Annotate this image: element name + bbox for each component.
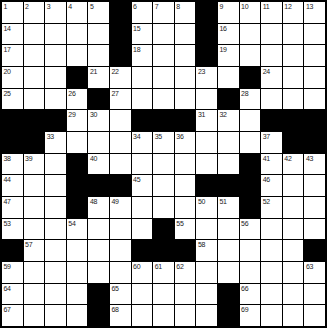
clue-number-51: 51 <box>220 197 227 206</box>
white-cell-r15c7[interactable] <box>132 305 153 326</box>
white-cell-r5c1[interactable]: 25 <box>2 89 23 110</box>
black-cell-r6c3 <box>45 110 66 131</box>
white-cell-r10c5[interactable]: 48 <box>88 197 109 218</box>
white-cell-r2c4[interactable] <box>67 24 88 45</box>
white-cell-r14c4[interactable] <box>67 284 88 305</box>
clue-number-34: 34 <box>133 132 140 141</box>
white-cell-r2c11[interactable]: 16 <box>218 24 239 45</box>
black-cell-r9c10 <box>196 175 217 196</box>
clue-number-1: 1 <box>4 2 8 11</box>
white-cell-r4c10[interactable]: 23 <box>196 67 217 88</box>
white-cell-r10c1[interactable]: 47 <box>2 197 23 218</box>
white-cell-r2c9[interactable] <box>175 24 196 45</box>
white-cell-r6c6[interactable] <box>110 110 131 131</box>
black-cell-r12c8 <box>153 240 174 261</box>
white-cell-r13c6[interactable] <box>110 262 131 283</box>
black-cell-r3c6 <box>110 45 131 66</box>
clue-number-16: 16 <box>220 24 227 33</box>
white-cell-r8c2[interactable]: 39 <box>24 154 45 175</box>
clue-number-39: 39 <box>25 154 32 163</box>
clue-number-31: 31 <box>198 110 205 119</box>
white-cell-r6c10[interactable]: 31 <box>196 110 217 131</box>
white-cell-r11c14[interactable] <box>283 219 304 240</box>
white-cell-r12c6[interactable] <box>110 240 131 261</box>
clue-number-64: 64 <box>4 284 11 293</box>
clue-number-27: 27 <box>112 89 119 98</box>
clue-number-29: 29 <box>68 110 75 119</box>
white-cell-r12c2[interactable]: 57 <box>24 240 45 261</box>
black-cell-r5c5 <box>88 89 109 110</box>
white-cell-r1c4[interactable]: 4 <box>67 2 88 23</box>
clue-number-59: 59 <box>4 262 11 271</box>
white-cell-r9c13[interactable]: 46 <box>261 175 282 196</box>
white-cell-r4c13[interactable]: 24 <box>261 67 282 88</box>
white-cell-r13c10[interactable] <box>196 262 217 283</box>
clue-number-10: 10 <box>241 2 248 11</box>
black-cell-r6c8 <box>153 110 174 131</box>
white-cell-r6c4[interactable]: 29 <box>67 110 88 131</box>
clue-number-40: 40 <box>90 154 97 163</box>
white-cell-r15c10[interactable] <box>196 305 217 326</box>
white-cell-r3c9[interactable] <box>175 45 196 66</box>
white-cell-r14c1[interactable]: 64 <box>2 284 23 305</box>
black-cell-r9c4 <box>67 175 88 196</box>
white-cell-r8c14[interactable]: 42 <box>283 154 304 175</box>
white-cell-r3c13[interactable] <box>261 45 282 66</box>
white-cell-r15c15[interactable] <box>304 305 325 326</box>
white-cell-r1c8[interactable]: 7 <box>153 2 174 23</box>
white-cell-r11c12[interactable]: 56 <box>240 219 261 240</box>
white-cell-r1c13[interactable]: 11 <box>261 2 282 23</box>
white-cell-r4c2[interactable] <box>24 67 45 88</box>
white-cell-r5c8[interactable] <box>153 89 174 110</box>
black-cell-r9c6 <box>110 175 131 196</box>
white-cell-r13c9[interactable]: 62 <box>175 262 196 283</box>
clue-number-20: 20 <box>4 67 11 76</box>
white-cell-r2c15[interactable] <box>304 24 325 45</box>
black-cell-r7c14 <box>283 132 304 153</box>
clue-number-41: 41 <box>263 154 270 163</box>
white-cell-r13c8[interactable]: 61 <box>153 262 174 283</box>
white-cell-r11c11[interactable] <box>218 219 239 240</box>
white-cell-r15c3[interactable] <box>45 305 66 326</box>
white-cell-r2c8[interactable] <box>153 24 174 45</box>
white-cell-r14c7[interactable] <box>132 284 153 305</box>
clue-number-48: 48 <box>90 197 97 206</box>
white-cell-r15c4[interactable] <box>67 305 88 326</box>
black-cell-r14c11 <box>218 284 239 305</box>
white-cell-r9c8[interactable] <box>153 175 174 196</box>
black-cell-r8c12 <box>240 154 261 175</box>
white-cell-r13c11[interactable] <box>218 262 239 283</box>
white-cell-r13c5[interactable] <box>88 262 109 283</box>
black-cell-r9c5 <box>88 175 109 196</box>
white-cell-r14c8[interactable] <box>153 284 174 305</box>
clue-number-50: 50 <box>198 197 205 206</box>
white-cell-r14c15[interactable] <box>304 284 325 305</box>
black-cell-r6c13 <box>261 110 282 131</box>
white-cell-r8c10[interactable] <box>196 154 217 175</box>
white-cell-r12c4[interactable] <box>67 240 88 261</box>
white-cell-r13c15[interactable]: 63 <box>304 262 325 283</box>
black-cell-r6c1 <box>2 110 23 131</box>
white-cell-r8c5[interactable]: 40 <box>88 154 109 175</box>
clue-number-49: 49 <box>112 197 119 206</box>
white-cell-r4c1[interactable]: 20 <box>2 67 23 88</box>
white-cell-r3c5[interactable] <box>88 45 109 66</box>
white-cell-r3c1[interactable]: 17 <box>2 45 23 66</box>
clue-number-21: 21 <box>90 67 97 76</box>
white-cell-r15c9[interactable] <box>175 305 196 326</box>
white-cell-r13c13[interactable] <box>261 262 282 283</box>
clue-number-62: 62 <box>176 262 183 271</box>
white-cell-r11c15[interactable] <box>304 219 325 240</box>
white-cell-r2c13[interactable] <box>261 24 282 45</box>
clue-number-28: 28 <box>241 89 248 98</box>
white-cell-r5c9[interactable] <box>175 89 196 110</box>
black-cell-r7c15 <box>304 132 325 153</box>
white-cell-r7c12[interactable] <box>240 132 261 153</box>
white-cell-r9c9[interactable] <box>175 175 196 196</box>
clue-number-25: 25 <box>4 89 11 98</box>
black-cell-r10c12 <box>240 197 261 218</box>
white-cell-r12c5[interactable] <box>88 240 109 261</box>
white-cell-r1c9[interactable]: 8 <box>175 2 196 23</box>
black-cell-r12c7 <box>132 240 153 261</box>
white-cell-r6c5[interactable]: 30 <box>88 110 109 131</box>
white-cell-r4c9[interactable] <box>175 67 196 88</box>
black-cell-r1c10 <box>196 2 217 23</box>
white-cell-r11c13[interactable] <box>261 219 282 240</box>
white-cell-r1c14[interactable]: 12 <box>283 2 304 23</box>
black-cell-r8c4 <box>67 154 88 175</box>
white-cell-r1c11[interactable]: 9 <box>218 2 239 23</box>
clue-number-47: 47 <box>4 197 11 206</box>
clue-number-15: 15 <box>133 24 140 33</box>
white-cell-r4c3[interactable] <box>45 67 66 88</box>
black-cell-r12c15 <box>304 240 325 261</box>
clue-number-54: 54 <box>68 219 75 228</box>
white-cell-r14c10[interactable] <box>196 284 217 305</box>
black-cell-r10c4 <box>67 197 88 218</box>
clue-number-14: 14 <box>4 24 11 33</box>
white-cell-r14c2[interactable] <box>24 284 45 305</box>
white-cell-r14c9[interactable] <box>175 284 196 305</box>
clue-number-61: 61 <box>155 262 162 271</box>
white-cell-r4c15[interactable] <box>304 67 325 88</box>
clue-number-45: 45 <box>133 175 140 184</box>
clue-number-2: 2 <box>25 2 29 11</box>
clue-number-43: 43 <box>306 154 313 163</box>
clue-number-63: 63 <box>306 262 313 271</box>
clue-number-55: 55 <box>176 219 183 228</box>
white-cell-r3c11[interactable]: 19 <box>218 45 239 66</box>
white-cell-r13c14[interactable] <box>283 262 304 283</box>
white-cell-r3c15[interactable] <box>304 45 325 66</box>
clue-number-56: 56 <box>241 219 248 228</box>
white-cell-r5c3[interactable] <box>45 89 66 110</box>
white-cell-r13c12[interactable] <box>240 262 261 283</box>
white-cell-r11c10[interactable] <box>196 219 217 240</box>
white-cell-r9c1[interactable]: 44 <box>2 175 23 196</box>
white-cell-r11c9[interactable]: 55 <box>175 219 196 240</box>
clue-number-69: 69 <box>241 305 248 314</box>
white-cell-r3c12[interactable] <box>240 45 261 66</box>
white-cell-r2c14[interactable] <box>283 24 304 45</box>
black-cell-r4c4 <box>67 67 88 88</box>
clue-number-22: 22 <box>112 67 119 76</box>
clue-number-19: 19 <box>220 45 227 54</box>
white-cell-r4c7[interactable] <box>132 67 153 88</box>
white-cell-r14c12[interactable]: 66 <box>240 284 261 305</box>
white-cell-r1c1[interactable]: 1 <box>2 2 23 23</box>
clue-number-53: 53 <box>4 219 11 228</box>
black-cell-r9c12 <box>240 175 261 196</box>
white-cell-r10c6[interactable]: 49 <box>110 197 131 218</box>
white-cell-r6c12[interactable] <box>240 110 261 131</box>
white-cell-r12c12[interactable] <box>240 240 261 261</box>
crossword-grid: 1234567891011121314151617181920212223242… <box>0 0 327 328</box>
black-cell-r6c15 <box>304 110 325 131</box>
clue-number-66: 66 <box>241 284 248 293</box>
clue-number-8: 8 <box>176 2 180 11</box>
white-cell-r1c3[interactable]: 3 <box>45 2 66 23</box>
white-cell-r7c13[interactable]: 37 <box>261 132 282 153</box>
white-cell-r11c5[interactable] <box>88 219 109 240</box>
white-cell-r15c14[interactable] <box>283 305 304 326</box>
clue-number-44: 44 <box>4 175 11 184</box>
black-cell-r6c2 <box>24 110 45 131</box>
white-cell-r12c11[interactable] <box>218 240 239 261</box>
white-cell-r1c7[interactable]: 6 <box>132 2 153 23</box>
white-cell-r14c14[interactable] <box>283 284 304 305</box>
white-cell-r8c11[interactable] <box>218 154 239 175</box>
black-cell-r1c6 <box>110 2 131 23</box>
white-cell-r8c15[interactable]: 43 <box>304 154 325 175</box>
white-cell-r5c2[interactable] <box>24 89 45 110</box>
white-cell-r8c6[interactable] <box>110 154 131 175</box>
clue-number-7: 7 <box>155 2 159 11</box>
white-cell-r12c10[interactable]: 58 <box>196 240 217 261</box>
white-cell-r7c7[interactable]: 34 <box>132 132 153 153</box>
black-cell-r7c2 <box>24 132 45 153</box>
white-cell-r14c13[interactable] <box>261 284 282 305</box>
white-cell-r5c6[interactable]: 27 <box>110 89 131 110</box>
white-cell-r11c7[interactable] <box>132 219 153 240</box>
black-cell-r15c11 <box>218 305 239 326</box>
white-cell-r8c8[interactable] <box>153 154 174 175</box>
clue-number-5: 5 <box>90 2 94 11</box>
black-cell-r6c9 <box>175 110 196 131</box>
white-cell-r13c1[interactable]: 59 <box>2 262 23 283</box>
white-cell-r11c4[interactable]: 54 <box>67 219 88 240</box>
white-cell-r6c11[interactable]: 32 <box>218 110 239 131</box>
white-cell-r3c4[interactable] <box>67 45 88 66</box>
white-cell-r8c9[interactable] <box>175 154 196 175</box>
clue-number-3: 3 <box>47 2 51 11</box>
white-cell-r12c3[interactable] <box>45 240 66 261</box>
white-cell-r2c7[interactable]: 15 <box>132 24 153 45</box>
white-cell-r11c2[interactable] <box>24 219 45 240</box>
white-cell-r10c11[interactable]: 51 <box>218 197 239 218</box>
white-cell-r10c7[interactable] <box>132 197 153 218</box>
white-cell-r9c7[interactable]: 45 <box>132 175 153 196</box>
black-cell-r4c12 <box>240 67 261 88</box>
white-cell-r15c13[interactable] <box>261 305 282 326</box>
clue-number-18: 18 <box>133 45 140 54</box>
white-cell-r11c6[interactable] <box>110 219 131 240</box>
white-cell-r7c6[interactable] <box>110 132 131 153</box>
white-cell-r1c2[interactable]: 2 <box>24 2 45 23</box>
clue-number-36: 36 <box>176 132 183 141</box>
white-cell-r1c12[interactable]: 10 <box>240 2 261 23</box>
white-cell-r10c8[interactable] <box>153 197 174 218</box>
white-cell-r4c8[interactable] <box>153 67 174 88</box>
white-cell-r15c6[interactable]: 68 <box>110 305 131 326</box>
white-cell-r5c13[interactable] <box>261 89 282 110</box>
black-cell-r5c11 <box>218 89 239 110</box>
white-cell-r7c10[interactable] <box>196 132 217 153</box>
black-cell-r2c10 <box>196 24 217 45</box>
white-cell-r4c6[interactable]: 22 <box>110 67 131 88</box>
clue-number-11: 11 <box>263 2 270 11</box>
white-cell-r5c15[interactable] <box>304 89 325 110</box>
clue-number-37: 37 <box>263 132 270 141</box>
white-cell-r11c1[interactable]: 53 <box>2 219 23 240</box>
white-cell-r12c13[interactable] <box>261 240 282 261</box>
clue-number-9: 9 <box>220 2 224 11</box>
clue-number-32: 32 <box>220 110 227 119</box>
clue-number-26: 26 <box>68 89 75 98</box>
white-cell-r8c1[interactable]: 38 <box>2 154 23 175</box>
white-cell-r10c10[interactable]: 50 <box>196 197 217 218</box>
white-cell-r13c2[interactable] <box>24 262 45 283</box>
clue-number-12: 12 <box>284 2 291 11</box>
white-cell-r2c2[interactable] <box>24 24 45 45</box>
black-cell-r9c11 <box>218 175 239 196</box>
clue-number-13: 13 <box>306 2 313 11</box>
white-cell-r7c4[interactable] <box>67 132 88 153</box>
white-cell-r3c2[interactable] <box>24 45 45 66</box>
clue-number-23: 23 <box>198 67 205 76</box>
white-cell-r9c15[interactable] <box>304 175 325 196</box>
white-cell-r8c13[interactable]: 41 <box>261 154 282 175</box>
black-cell-r14c5 <box>88 284 109 305</box>
clue-number-42: 42 <box>284 154 291 163</box>
clue-number-60: 60 <box>133 262 140 271</box>
clue-number-52: 52 <box>263 197 270 206</box>
white-cell-r5c14[interactable] <box>283 89 304 110</box>
white-cell-r10c15[interactable] <box>304 197 325 218</box>
white-cell-r2c3[interactable] <box>45 24 66 45</box>
clue-number-6: 6 <box>133 2 137 11</box>
white-cell-r9c2[interactable] <box>24 175 45 196</box>
white-cell-r8c3[interactable] <box>45 154 66 175</box>
white-cell-r14c3[interactable] <box>45 284 66 305</box>
white-cell-r10c3[interactable] <box>45 197 66 218</box>
clue-number-4: 4 <box>68 2 72 11</box>
white-cell-r5c7[interactable] <box>132 89 153 110</box>
black-cell-r3c10 <box>196 45 217 66</box>
black-cell-r12c1 <box>2 240 23 261</box>
white-cell-r7c11[interactable] <box>218 132 239 153</box>
white-cell-r2c1[interactable]: 14 <box>2 24 23 45</box>
white-cell-r13c3[interactable] <box>45 262 66 283</box>
white-cell-r3c3[interactable] <box>45 45 66 66</box>
black-cell-r12c9 <box>175 240 196 261</box>
white-cell-r10c9[interactable] <box>175 197 196 218</box>
clue-number-33: 33 <box>47 132 54 141</box>
white-cell-r1c15[interactable]: 13 <box>304 2 325 23</box>
clue-number-57: 57 <box>25 240 32 249</box>
clue-number-65: 65 <box>112 284 119 293</box>
white-cell-r8c7[interactable] <box>132 154 153 175</box>
white-cell-r1c5[interactable]: 5 <box>88 2 109 23</box>
clue-number-35: 35 <box>155 132 162 141</box>
white-cell-r3c7[interactable]: 18 <box>132 45 153 66</box>
clue-number-30: 30 <box>90 110 97 119</box>
white-cell-r2c12[interactable] <box>240 24 261 45</box>
white-cell-r13c7[interactable]: 60 <box>132 262 153 283</box>
white-cell-r7c5[interactable] <box>88 132 109 153</box>
white-cell-r15c12[interactable]: 69 <box>240 305 261 326</box>
white-cell-r11c3[interactable] <box>45 219 66 240</box>
clue-number-24: 24 <box>263 67 270 76</box>
white-cell-r5c10[interactable] <box>196 89 217 110</box>
white-cell-r3c8[interactable] <box>153 45 174 66</box>
white-cell-r12c14[interactable] <box>283 240 304 261</box>
white-cell-r4c14[interactable] <box>283 67 304 88</box>
black-cell-r6c14 <box>283 110 304 131</box>
clue-number-68: 68 <box>112 305 119 314</box>
white-cell-r10c13[interactable]: 52 <box>261 197 282 218</box>
white-cell-r3c14[interactable] <box>283 45 304 66</box>
clue-number-17: 17 <box>4 45 11 54</box>
white-cell-r15c1[interactable]: 67 <box>2 305 23 326</box>
black-cell-r2c6 <box>110 24 131 45</box>
white-cell-r2c5[interactable] <box>88 24 109 45</box>
white-cell-r15c2[interactable] <box>24 305 45 326</box>
white-cell-r10c2[interactable] <box>24 197 45 218</box>
white-cell-r4c5[interactable]: 21 <box>88 67 109 88</box>
white-cell-r5c4[interactable]: 26 <box>67 89 88 110</box>
white-cell-r4c11[interactable] <box>218 67 239 88</box>
black-cell-r7c1 <box>2 132 23 153</box>
clue-number-67: 67 <box>4 305 11 314</box>
white-cell-r7c8[interactable]: 35 <box>153 132 174 153</box>
clue-number-38: 38 <box>4 154 11 163</box>
black-cell-r6c7 <box>132 110 153 131</box>
white-cell-r7c3[interactable]: 33 <box>45 132 66 153</box>
white-cell-r9c3[interactable] <box>45 175 66 196</box>
white-cell-r7c9[interactable]: 36 <box>175 132 196 153</box>
white-cell-r13c4[interactable] <box>67 262 88 283</box>
white-cell-r15c8[interactable] <box>153 305 174 326</box>
clue-number-58: 58 <box>198 240 205 249</box>
clue-number-46: 46 <box>263 175 270 184</box>
white-cell-r10c14[interactable] <box>283 197 304 218</box>
white-cell-r14c6[interactable]: 65 <box>110 284 131 305</box>
black-cell-r11c8 <box>153 219 174 240</box>
white-cell-r9c14[interactable] <box>283 175 304 196</box>
white-cell-r5c12[interactable]: 28 <box>240 89 261 110</box>
black-cell-r15c5 <box>88 305 109 326</box>
